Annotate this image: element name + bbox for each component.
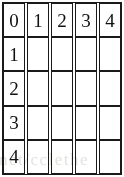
grid-cell-empty-r1c1 (27, 37, 49, 71)
grid-cell-empty-r4c4 (99, 140, 121, 174)
grid-cell-empty-r1c3 (75, 37, 97, 71)
grid-cell-label-r3c0: 3 (3, 106, 25, 140)
grid-cell-empty-r3c4 (99, 106, 121, 140)
grid-cell-empty-r4c1 (27, 140, 49, 174)
grid-cell-empty-r3c1 (27, 106, 49, 140)
grid-cell-empty-r1c4 (99, 37, 121, 71)
grid-cell-empty-r4c2 (51, 140, 73, 174)
grid-cell-label-r0c2: 2 (51, 3, 73, 37)
grid-cell-empty-r2c3 (75, 71, 97, 105)
grid-cell-label-r0c4: 4 (99, 3, 121, 37)
grid-cell-empty-r2c1 (27, 71, 49, 105)
grid-cell-empty-r3c2 (51, 106, 73, 140)
grid-cell-empty-r3c3 (75, 106, 97, 140)
grid-cell-empty-r2c4 (99, 71, 121, 105)
grid-cell-empty-r4c3 (75, 140, 97, 174)
grid-cell-label-r2c0: 2 (3, 71, 25, 105)
grid-cell-label-r4c0: 4 (3, 140, 25, 174)
grid-board: 012341234 (2, 2, 122, 175)
grid-cell-label-r0c1: 1 (27, 3, 49, 37)
grid-cell-label-r0c0: 0 (3, 3, 25, 37)
grid-cell-empty-r1c2 (51, 37, 73, 71)
grid-cell-label-r1c0: 1 (3, 37, 25, 71)
grid-cell-label-r0c3: 3 (75, 3, 97, 37)
grid-cell-empty-r2c2 (51, 71, 73, 105)
